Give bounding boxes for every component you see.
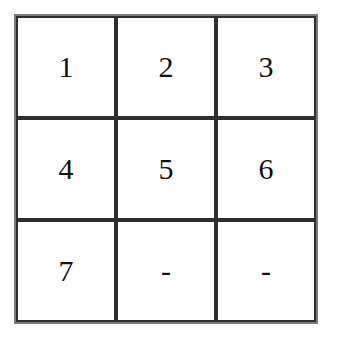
cell-r3-c1[interactable]: 7 [16,220,116,322]
cell-r2-c2[interactable]: 5 [116,118,216,220]
cell-r1-c3[interactable]: 3 [216,16,316,118]
cell-r2-c1[interactable]: 4 [16,118,116,220]
cell-r3-c3[interactable]: - [216,220,316,322]
puzzle-grid-container: 1 2 3 4 5 6 7 - - [14,14,318,324]
cell-r3-c2[interactable]: - [116,220,216,322]
cell-r2-c3[interactable]: 6 [216,118,316,220]
cell-r1-c2[interactable]: 2 [116,16,216,118]
puzzle-grid: 1 2 3 4 5 6 7 - - [14,14,318,324]
cell-r1-c1[interactable]: 1 [16,16,116,118]
